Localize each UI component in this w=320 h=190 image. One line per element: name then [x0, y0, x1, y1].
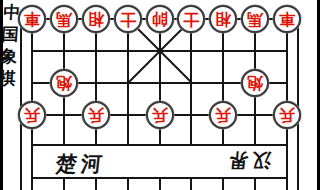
piece-advisor[interactable]: 士 [114, 5, 142, 33]
piece-soldier[interactable]: 兵 [273, 101, 301, 129]
palace-center-dot [157, 48, 163, 54]
piece-character: 相 [88, 11, 104, 27]
piece-elephant[interactable]: 相 [82, 5, 110, 33]
piece-character: 車 [24, 11, 40, 27]
piece-cannon[interactable]: 炮 [50, 69, 78, 97]
piece-character: 馬 [247, 11, 263, 27]
piece-character: 帥 [152, 11, 168, 27]
piece-general[interactable]: 帥 [146, 5, 174, 33]
piece-character: 炮 [56, 75, 72, 91]
piece-chariot[interactable]: 車 [18, 5, 46, 33]
river-label-han-jie: 汉界 [224, 147, 273, 173]
piece-character: 兵 [152, 107, 168, 123]
piece-horse[interactable]: 馬 [241, 5, 269, 33]
piece-character: 相 [215, 11, 231, 27]
piece-character: 士 [183, 11, 199, 27]
river-label-chu-he: 楚河 [55, 150, 108, 178]
piece-cannon[interactable]: 炮 [241, 69, 269, 97]
piece-character: 兵 [215, 107, 231, 123]
piece-chariot[interactable]: 車 [273, 5, 301, 33]
piece-character: 士 [120, 11, 136, 27]
piece-character: 兵 [88, 107, 104, 123]
piece-character: 車 [279, 11, 295, 27]
piece-horse[interactable]: 馬 [50, 5, 78, 33]
piece-character: 馬 [56, 11, 72, 27]
piece-character: 炮 [247, 75, 263, 91]
piece-soldier[interactable]: 兵 [146, 101, 174, 129]
piece-soldier[interactable]: 兵 [18, 101, 46, 129]
piece-character: 兵 [24, 107, 40, 123]
xiangqi-screenshot: 中国象棋 [0, 0, 320, 190]
piece-soldier[interactable]: 兵 [82, 101, 110, 129]
piece-character: 兵 [279, 107, 295, 123]
